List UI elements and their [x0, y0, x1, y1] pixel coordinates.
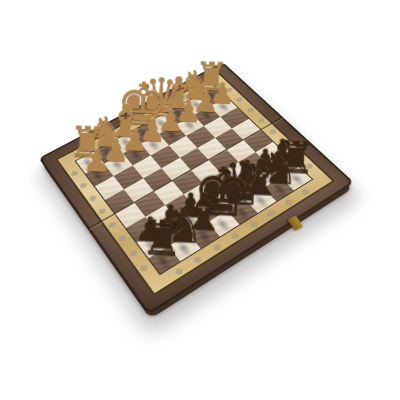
inlay-mark [90, 196, 96, 200]
inlay-mark [141, 266, 148, 271]
inlay-mark [175, 269, 182, 274]
inlay-mark [99, 209, 106, 214]
chessboard: ♜♟♟♜♞♟♟♞♝♟♟♝♛♟♟♛♚♟♟♚♝♟♟♝♞♟♟♞♜♟♟♜ [38, 62, 354, 315]
inlay-mark [237, 98, 242, 101]
inlay-mark [116, 129, 122, 133]
inlay-mark [198, 87, 203, 90]
inlay-mark [268, 211, 274, 216]
inlay-mark [259, 119, 264, 123]
inlay-mark [232, 234, 238, 239]
product-photo: ♜♟♟♜♞♟♟♞♝♟♟♝♛♟♟♛♚♟♟♚♝♟♟♝♞♟♟♞♜♟♟♜ [0, 0, 400, 400]
inlay-mark [286, 200, 292, 205]
camera-tilt: ♜♟♟♜♞♟♟♞♝♟♟♝♛♟♟♛♚♟♟♚♝♟♟♝♞♟♟♞♜♟♟♜ [0, 0, 400, 400]
inlay-mark [71, 171, 77, 175]
inlay-mark [133, 121, 139, 125]
inlay-mark [248, 108, 253, 112]
inlay-mark [182, 95, 187, 98]
inlay-mark [226, 88, 231, 91]
inlay-mark [303, 190, 309, 194]
black-rook[interactable]: ♜ [124, 213, 201, 264]
inlay-mark [166, 103, 172, 107]
inlay-mark [150, 112, 156, 116]
inlay-mark [82, 148, 88, 152]
photo-scene: ♜♟♟♜♞♟♟♞♝♟♟♝♛♟♟♛♚♟♟♚♝♟♟♝♞♟♟♞♜♟♟♜ [0, 0, 400, 400]
inlay-mark [251, 222, 257, 227]
inlay-mark [80, 183, 86, 187]
inlay-mark [99, 138, 105, 142]
